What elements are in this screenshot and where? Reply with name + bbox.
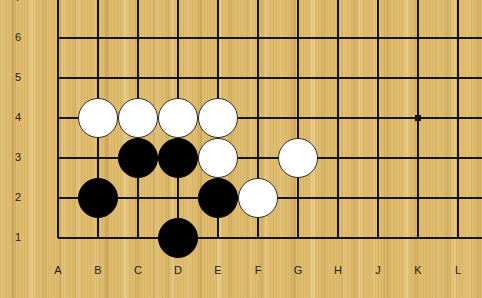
stone-black-D1 bbox=[158, 218, 198, 258]
stone-white-C4 bbox=[118, 98, 158, 138]
intersection-D7[interactable] bbox=[158, 0, 198, 18]
row-label-2: 2 bbox=[10, 191, 26, 204]
stone-black-D3 bbox=[158, 138, 198, 178]
intersection-C6[interactable] bbox=[118, 18, 158, 58]
intersection-B1[interactable] bbox=[78, 218, 118, 258]
stone-black-B2 bbox=[78, 178, 118, 218]
stone-white-D4 bbox=[158, 98, 198, 138]
col-label-F: F bbox=[250, 264, 266, 277]
intersection-G5[interactable] bbox=[278, 58, 318, 98]
intersection-H6[interactable] bbox=[318, 18, 358, 58]
intersection-H3[interactable] bbox=[318, 138, 358, 178]
row-label-3: 3 bbox=[10, 151, 26, 164]
intersection-K3[interactable] bbox=[398, 138, 438, 178]
intersection-B3[interactable] bbox=[78, 138, 118, 178]
intersection-D2[interactable] bbox=[158, 178, 198, 218]
row-label-7: 7 bbox=[10, 0, 26, 4]
intersection-H1[interactable] bbox=[318, 218, 358, 258]
intersection-F4[interactable] bbox=[238, 98, 278, 138]
intersection-E6[interactable] bbox=[198, 18, 238, 58]
intersection-A1[interactable] bbox=[38, 218, 78, 258]
intersection-L7[interactable] bbox=[438, 0, 478, 18]
intersection-H5[interactable] bbox=[318, 58, 358, 98]
row-label-6: 6 bbox=[10, 31, 26, 44]
intersection-A4[interactable] bbox=[38, 98, 78, 138]
intersection-J7[interactable] bbox=[358, 0, 398, 18]
intersection-B5[interactable] bbox=[78, 58, 118, 98]
intersection-A3[interactable] bbox=[38, 138, 78, 178]
intersection-B7[interactable] bbox=[78, 0, 118, 18]
intersection-F1[interactable] bbox=[238, 218, 278, 258]
intersection-J4[interactable] bbox=[358, 98, 398, 138]
star-point-K4 bbox=[415, 115, 421, 121]
intersection-K6[interactable] bbox=[398, 18, 438, 58]
row-label-1: 1 bbox=[10, 231, 26, 244]
stone-white-B4 bbox=[78, 98, 118, 138]
intersection-J1[interactable] bbox=[358, 218, 398, 258]
col-label-L: L bbox=[450, 264, 466, 277]
grid-right-extension bbox=[458, 37, 482, 239]
intersection-H7[interactable] bbox=[318, 0, 358, 18]
intersection-F5[interactable] bbox=[238, 58, 278, 98]
intersection-H4[interactable] bbox=[318, 98, 358, 138]
intersection-G4[interactable] bbox=[278, 98, 318, 138]
intersection-C5[interactable] bbox=[118, 58, 158, 98]
row-label-5: 5 bbox=[10, 71, 26, 84]
intersection-C2[interactable] bbox=[118, 178, 158, 218]
stone-white-E3 bbox=[198, 138, 238, 178]
intersection-A5[interactable] bbox=[38, 58, 78, 98]
stone-black-C3 bbox=[118, 138, 158, 178]
col-label-G: G bbox=[290, 264, 306, 277]
intersection-F6[interactable] bbox=[238, 18, 278, 58]
stone-white-G3 bbox=[278, 138, 318, 178]
stone-black-E2 bbox=[198, 178, 238, 218]
intersection-B6[interactable] bbox=[78, 18, 118, 58]
intersection-G2[interactable] bbox=[278, 178, 318, 218]
stone-white-F2 bbox=[238, 178, 278, 218]
intersection-F3[interactable] bbox=[238, 138, 278, 178]
row-label-4: 4 bbox=[10, 111, 26, 124]
go-board: 1234567 ABCDEFGHJKL bbox=[0, 0, 482, 298]
intersection-E1[interactable] bbox=[198, 218, 238, 258]
intersection-A7[interactable] bbox=[38, 0, 78, 18]
intersection-E5[interactable] bbox=[198, 58, 238, 98]
col-label-J: J bbox=[370, 264, 386, 277]
intersection-K2[interactable] bbox=[398, 178, 438, 218]
intersection-A6[interactable] bbox=[38, 18, 78, 58]
intersection-F7[interactable] bbox=[238, 0, 278, 18]
intersection-K1[interactable] bbox=[398, 218, 438, 258]
intersection-K5[interactable] bbox=[398, 58, 438, 98]
intersection-J3[interactable] bbox=[358, 138, 398, 178]
intersection-E7[interactable] bbox=[198, 0, 238, 18]
col-label-B: B bbox=[90, 264, 106, 277]
intersection-G1[interactable] bbox=[278, 218, 318, 258]
intersection-J6[interactable] bbox=[358, 18, 398, 58]
intersection-D5[interactable] bbox=[158, 58, 198, 98]
col-label-A: A bbox=[50, 264, 66, 277]
intersection-K7[interactable] bbox=[398, 0, 438, 18]
col-label-C: C bbox=[130, 264, 146, 277]
intersection-G7[interactable] bbox=[278, 0, 318, 18]
intersection-A2[interactable] bbox=[38, 178, 78, 218]
stone-white-E4 bbox=[198, 98, 238, 138]
col-label-K: K bbox=[410, 264, 426, 277]
col-label-D: D bbox=[170, 264, 186, 277]
intersection-C7[interactable] bbox=[118, 0, 158, 18]
intersection-C1[interactable] bbox=[118, 218, 158, 258]
intersection-H2[interactable] bbox=[318, 178, 358, 218]
intersection-J2[interactable] bbox=[358, 178, 398, 218]
col-label-E: E bbox=[210, 264, 226, 277]
intersection-G6[interactable] bbox=[278, 18, 318, 58]
intersection-D6[interactable] bbox=[158, 18, 198, 58]
col-label-H: H bbox=[330, 264, 346, 277]
intersection-J5[interactable] bbox=[358, 58, 398, 98]
